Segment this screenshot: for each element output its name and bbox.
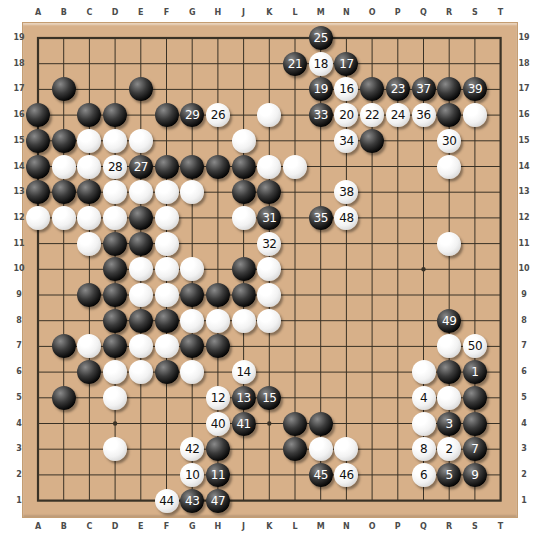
coord-right-15: 15: [518, 137, 529, 145]
coord-bottom-H: H: [215, 523, 222, 531]
coord-right-18: 18: [518, 60, 529, 68]
white-stone-J12[interactable]: [232, 206, 256, 230]
coord-top-G: G: [189, 9, 196, 17]
move-number: 36: [416, 109, 430, 121]
coord-left-4: 4: [16, 420, 22, 428]
white-stone-H16[interactable]: 26: [206, 103, 230, 127]
black-stone-S2[interactable]: 9: [463, 463, 487, 487]
white-stone-E10[interactable]: [129, 257, 153, 281]
black-stone-H1[interactable]: 47: [206, 489, 230, 513]
move-number: 37: [416, 83, 430, 95]
black-stone-J13[interactable]: [232, 180, 256, 204]
coord-right-7: 7: [521, 342, 527, 350]
move-number: 22: [365, 109, 379, 121]
white-stone-E13[interactable]: [129, 180, 153, 204]
black-stone-M2[interactable]: 45: [309, 463, 333, 487]
coord-top-E: E: [138, 9, 143, 17]
black-stone-B5[interactable]: [52, 386, 76, 410]
black-stone-L4[interactable]: [283, 412, 307, 436]
coord-right-9: 9: [521, 291, 527, 299]
coord-left-1: 1: [16, 497, 22, 505]
move-number: 46: [339, 469, 353, 481]
coord-top-Q: Q: [420, 9, 427, 17]
black-stone-A15[interactable]: [26, 129, 50, 153]
black-stone-A16[interactable]: [26, 103, 50, 127]
move-number: 28: [108, 161, 122, 173]
coord-right-10: 10: [518, 265, 529, 273]
white-stone-K11[interactable]: 32: [257, 232, 281, 256]
move-number: 4: [420, 392, 427, 404]
coord-right-19: 19: [518, 34, 529, 42]
black-stone-O15[interactable]: [360, 129, 384, 153]
black-stone-M16[interactable]: 33: [309, 103, 333, 127]
white-stone-H5[interactable]: 12: [206, 386, 230, 410]
coord-bottom-P: P: [395, 523, 401, 531]
black-stone-D9[interactable]: [103, 283, 127, 307]
move-number: 19: [314, 83, 328, 95]
move-number: 25: [314, 32, 328, 44]
move-number: 6: [420, 469, 427, 481]
white-stone-S16[interactable]: [463, 103, 487, 127]
coord-bottom-R: R: [446, 523, 452, 531]
black-stone-B7[interactable]: [52, 334, 76, 358]
black-stone-F14[interactable]: [155, 155, 179, 179]
white-stone-H4[interactable]: 40: [206, 412, 230, 436]
coord-bottom-E: E: [138, 523, 143, 531]
black-stone-J14[interactable]: [232, 155, 256, 179]
black-stone-J5[interactable]: 13: [232, 386, 256, 410]
coord-right-8: 8: [521, 317, 527, 325]
black-stone-S5[interactable]: [463, 386, 487, 410]
black-stone-J10[interactable]: [232, 257, 256, 281]
move-number: 10: [185, 469, 199, 481]
black-stone-S6[interactable]: 1: [463, 360, 487, 384]
black-stone-S4[interactable]: [463, 412, 487, 436]
coord-bottom-Q: Q: [420, 523, 427, 531]
white-stone-B12[interactable]: [52, 206, 76, 230]
black-stone-M19[interactable]: 25: [309, 26, 333, 50]
move-number: 34: [339, 135, 353, 147]
move-number: 23: [391, 83, 405, 95]
white-stone-F12[interactable]: [155, 206, 179, 230]
white-stone-Q6[interactable]: [412, 360, 436, 384]
white-stone-M3[interactable]: [309, 437, 333, 461]
white-stone-O16[interactable]: 22: [360, 103, 384, 127]
white-stone-F9[interactable]: [155, 283, 179, 307]
white-stone-G8[interactable]: [180, 309, 204, 333]
coord-right-14: 14: [518, 163, 529, 171]
white-stone-A12[interactable]: [26, 206, 50, 230]
coord-top-B: B: [61, 9, 67, 17]
white-stone-B14[interactable]: [52, 155, 76, 179]
coord-left-18: 18: [13, 60, 24, 68]
black-stone-K5[interactable]: 15: [257, 386, 281, 410]
move-number: 38: [339, 186, 353, 198]
coord-left-10: 10: [13, 265, 24, 273]
move-number: 8: [420, 443, 427, 455]
coord-left-19: 19: [13, 34, 24, 42]
move-number: 18: [314, 58, 328, 70]
coord-left-14: 14: [13, 163, 24, 171]
coord-right-2: 2: [521, 471, 527, 479]
coord-bottom-K: K: [266, 523, 272, 531]
move-number: 24: [391, 109, 405, 121]
white-stone-C14[interactable]: [77, 155, 101, 179]
coord-top-K: K: [266, 9, 272, 17]
coord-left-17: 17: [13, 85, 24, 93]
black-stone-B15[interactable]: [52, 129, 76, 153]
move-number: 17: [339, 58, 353, 70]
white-stone-F7[interactable]: [155, 334, 179, 358]
coord-top-C: C: [86, 9, 92, 17]
move-number: 39: [468, 83, 482, 95]
move-number: 14: [236, 366, 250, 378]
move-number: 44: [159, 495, 173, 507]
move-number: 15: [262, 392, 276, 404]
black-stone-A13[interactable]: [26, 180, 50, 204]
move-number: 12: [211, 392, 225, 404]
white-stone-M18[interactable]: 18: [309, 52, 333, 76]
coord-left-12: 12: [13, 214, 24, 222]
black-stone-F6[interactable]: [155, 360, 179, 384]
coord-right-6: 6: [521, 368, 527, 376]
move-number: 47: [211, 495, 225, 507]
move-number: 40: [211, 418, 225, 430]
black-stone-B17[interactable]: [52, 77, 76, 101]
move-number: 45: [314, 469, 328, 481]
coord-bottom-J: J: [242, 523, 245, 531]
white-stone-D6[interactable]: [103, 360, 127, 384]
coord-top-M: M: [317, 9, 325, 17]
black-stone-D16[interactable]: [103, 103, 127, 127]
white-stone-F10[interactable]: [155, 257, 179, 281]
white-stone-C11[interactable]: [77, 232, 101, 256]
black-stone-M12[interactable]: 35: [309, 206, 333, 230]
black-stone-B13[interactable]: [52, 180, 76, 204]
black-stone-N18[interactable]: 17: [334, 52, 358, 76]
white-stone-D15[interactable]: [103, 129, 127, 153]
coord-left-9: 9: [16, 291, 22, 299]
move-number: 3: [446, 418, 453, 430]
coord-top-S: S: [472, 9, 478, 17]
coord-left-2: 2: [16, 471, 22, 479]
coord-right-3: 3: [521, 445, 527, 453]
coord-bottom-O: O: [369, 523, 376, 531]
black-stone-L3[interactable]: [283, 437, 307, 461]
white-stone-F11[interactable]: [155, 232, 179, 256]
coord-top-A: A: [35, 9, 41, 17]
coord-bottom-A: A: [35, 523, 41, 531]
white-stone-Q5[interactable]: 4: [412, 386, 436, 410]
coord-left-5: 5: [16, 394, 22, 402]
black-stone-E12[interactable]: [129, 206, 153, 230]
coord-top-L: L: [292, 9, 297, 17]
coord-top-R: R: [446, 9, 452, 17]
move-number: 7: [471, 443, 478, 455]
white-stone-Q3[interactable]: 8: [412, 437, 436, 461]
move-number: 49: [442, 315, 456, 327]
black-stone-D8[interactable]: [103, 309, 127, 333]
black-stone-H9[interactable]: [206, 283, 230, 307]
black-stone-E14[interactable]: 27: [129, 155, 153, 179]
white-stone-F1[interactable]: 44: [155, 489, 179, 513]
coord-bottom-G: G: [189, 523, 196, 531]
go-diagram: 2521181719162337392926332022243634302827…: [0, 0, 540, 540]
black-stone-Q17[interactable]: 37: [412, 77, 436, 101]
coord-top-P: P: [395, 9, 401, 17]
coord-right-17: 17: [518, 85, 529, 93]
move-number: 20: [339, 109, 353, 121]
black-stone-J4[interactable]: 41: [232, 412, 256, 436]
move-number: 30: [442, 135, 456, 147]
coord-bottom-F: F: [164, 523, 169, 531]
black-stone-L18[interactable]: 21: [283, 52, 307, 76]
black-stone-R8[interactable]: 49: [437, 309, 461, 333]
white-stone-R5[interactable]: [437, 386, 461, 410]
move-number: 27: [134, 161, 148, 173]
white-stone-H8[interactable]: [206, 309, 230, 333]
black-stone-A14[interactable]: [26, 155, 50, 179]
move-number: 16: [339, 83, 353, 95]
coord-right-4: 4: [521, 420, 527, 428]
coord-left-11: 11: [13, 240, 24, 248]
coord-right-13: 13: [518, 188, 529, 196]
coord-right-16: 16: [518, 111, 529, 119]
move-number: 48: [339, 212, 353, 224]
coord-right-11: 11: [518, 240, 529, 248]
move-number: 9: [471, 469, 478, 481]
coord-left-3: 3: [16, 445, 22, 453]
coord-top-D: D: [112, 9, 119, 17]
move-number: 29: [185, 109, 199, 121]
move-number: 31: [262, 212, 276, 224]
black-stone-D11[interactable]: [103, 232, 127, 256]
move-number: 43: [185, 495, 199, 507]
coord-bottom-L: L: [292, 523, 297, 531]
move-number: 13: [236, 392, 250, 404]
black-stone-G1[interactable]: 43: [180, 489, 204, 513]
coord-top-O: O: [369, 9, 376, 17]
coord-bottom-N: N: [343, 523, 350, 531]
coord-right-5: 5: [521, 394, 527, 402]
black-stone-H14[interactable]: [206, 155, 230, 179]
coord-bottom-S: S: [472, 523, 478, 531]
black-stone-R4[interactable]: 3: [437, 412, 461, 436]
white-stone-G2[interactable]: 10: [180, 463, 204, 487]
white-stone-J15[interactable]: [232, 129, 256, 153]
move-number: 11: [211, 469, 225, 481]
white-stone-J6[interactable]: 14: [232, 360, 256, 384]
coord-bottom-B: B: [61, 523, 67, 531]
white-stone-K14[interactable]: [257, 155, 281, 179]
move-number: 35: [314, 212, 328, 224]
white-stone-D12[interactable]: [103, 206, 127, 230]
white-stone-R11[interactable]: [437, 232, 461, 256]
move-number: 32: [262, 238, 276, 250]
move-number: 41: [236, 418, 250, 430]
black-stone-F8[interactable]: [155, 309, 179, 333]
black-stone-G9[interactable]: [180, 283, 204, 307]
move-number: 42: [185, 443, 199, 455]
coord-left-15: 15: [13, 137, 24, 145]
coord-right-1: 1: [521, 497, 527, 505]
coord-left-6: 6: [16, 368, 22, 376]
black-stone-M17[interactable]: 19: [309, 77, 333, 101]
coord-left-7: 7: [16, 342, 22, 350]
coord-bottom-D: D: [112, 523, 119, 531]
coord-bottom-C: C: [86, 523, 92, 531]
move-number: 2: [446, 443, 453, 455]
move-number: 33: [314, 109, 328, 121]
black-stone-E8[interactable]: [129, 309, 153, 333]
white-stone-E6[interactable]: [129, 360, 153, 384]
black-stone-F16[interactable]: [155, 103, 179, 127]
coord-bottom-T: T: [498, 523, 503, 531]
move-number: 5: [446, 469, 453, 481]
coord-right-12: 12: [518, 214, 529, 222]
white-stone-K8[interactable]: [257, 309, 281, 333]
white-stone-Q4[interactable]: [412, 412, 436, 436]
coord-top-N: N: [343, 9, 350, 17]
white-stone-L14[interactable]: [283, 155, 307, 179]
white-stone-R14[interactable]: [437, 155, 461, 179]
coord-left-8: 8: [16, 317, 22, 325]
move-number: 50: [468, 340, 482, 352]
coord-top-T: T: [498, 9, 503, 17]
coord-bottom-M: M: [317, 523, 325, 531]
black-stone-S3[interactable]: 7: [463, 437, 487, 461]
coord-left-16: 16: [13, 111, 24, 119]
move-number: 26: [211, 109, 225, 121]
white-stone-R15[interactable]: 30: [437, 129, 461, 153]
white-stone-E9[interactable]: [129, 283, 153, 307]
coord-top-J: J: [242, 9, 245, 17]
coord-top-H: H: [215, 9, 222, 17]
white-stone-P16[interactable]: 24: [386, 103, 410, 127]
black-stone-E11[interactable]: [129, 232, 153, 256]
white-stone-F13[interactable]: [155, 180, 179, 204]
white-stone-Q16[interactable]: 36: [412, 103, 436, 127]
move-number: 21: [288, 58, 302, 70]
white-stone-D14[interactable]: 28: [103, 155, 127, 179]
black-stone-G14[interactable]: [180, 155, 204, 179]
black-stone-R2[interactable]: 5: [437, 463, 461, 487]
white-stone-Q2[interactable]: 6: [412, 463, 436, 487]
black-stone-M4[interactable]: [309, 412, 333, 436]
move-number: 1: [471, 366, 478, 378]
coord-left-13: 13: [13, 188, 24, 196]
black-stone-H2[interactable]: 11: [206, 463, 230, 487]
black-stone-H3[interactable]: [206, 437, 230, 461]
white-stone-D5[interactable]: [103, 386, 127, 410]
coord-top-F: F: [164, 9, 169, 17]
black-stone-J9[interactable]: [232, 283, 256, 307]
white-stone-J8[interactable]: [232, 309, 256, 333]
white-stone-E15[interactable]: [129, 129, 153, 153]
